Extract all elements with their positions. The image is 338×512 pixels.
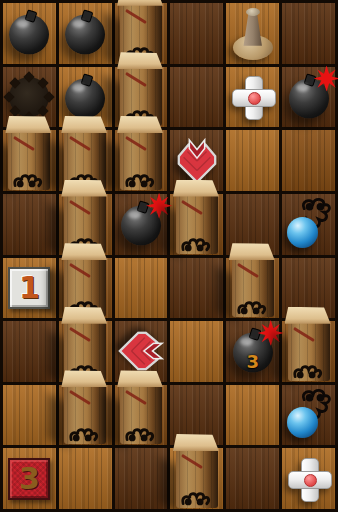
bomb-piece[interactable]: [9, 15, 49, 55]
cell-r7c3[interactable]: [170, 448, 223, 509]
cell-r6c4[interactable]: [226, 385, 279, 446]
block-cap: [229, 243, 275, 260]
cell-r7c0[interactable]: 3: [3, 448, 56, 509]
block-cap: [61, 116, 107, 133]
block-root-decal-icon: [122, 167, 156, 189]
block-cap: [117, 116, 163, 133]
block-cap: [61, 370, 107, 387]
bomb-piece[interactable]: [65, 15, 105, 55]
cell-r0c3[interactable]: [170, 3, 223, 64]
block-root-decal-icon: [290, 358, 324, 380]
cell-r0c4[interactable]: [226, 3, 279, 64]
block-root-decal-icon: [234, 294, 268, 316]
bomb-gloss: [72, 84, 85, 92]
bomb-gloss: [240, 338, 253, 346]
cross-red-dot-icon: [248, 92, 261, 105]
chevron-arrow-icon: [118, 328, 164, 374]
bomb-gloss: [296, 84, 309, 92]
cell-r7c4[interactable]: [226, 448, 279, 509]
lit-bomb-piece[interactable]: [289, 79, 329, 119]
block-piece[interactable]: [176, 180, 218, 254]
block-piece[interactable]: [120, 370, 162, 444]
lit-bomb-piece[interactable]: [121, 206, 161, 246]
block-cap: [173, 434, 219, 451]
cell-r3c5[interactable]: [282, 194, 335, 255]
cell-r5c5[interactable]: [282, 321, 335, 382]
cell-r4c2[interactable]: [115, 258, 168, 319]
arrow-down-piece[interactable]: [174, 138, 220, 184]
bomb-gloss: [128, 211, 141, 219]
pawn-tip: [246, 8, 260, 16]
lit-bomb-count-piece[interactable]: 3: [233, 333, 273, 373]
block-root-decal-icon: [66, 421, 100, 443]
bomb-gloss: [16, 20, 29, 28]
block-root-decal-icon: [178, 231, 212, 253]
block-root-decal-icon: [122, 421, 156, 443]
cell-r7c1[interactable]: [59, 448, 112, 509]
tile-digit: 3: [19, 464, 40, 494]
cell-r2c5[interactable]: [282, 130, 335, 191]
cell-r2c2[interactable]: [115, 130, 168, 191]
block-cap: [61, 180, 107, 197]
block-cap: [117, 52, 163, 69]
block-cap: [285, 307, 331, 324]
block-root-decal-icon: [178, 485, 212, 507]
chevron-arrow-icon: [174, 138, 220, 184]
cross-red-dot-icon: [304, 474, 317, 487]
block-cap: [117, 0, 163, 6]
cell-r1c4[interactable]: [226, 67, 279, 128]
mine-piece[interactable]: [6, 74, 52, 120]
cell-r0c5[interactable]: [282, 3, 335, 64]
bomb-piece[interactable]: [65, 79, 105, 119]
number-tile-3[interactable]: 3: [8, 458, 50, 500]
spark-icon: [314, 66, 338, 92]
cell-r1c5[interactable]: [282, 67, 335, 128]
cell-r1c3[interactable]: [170, 67, 223, 128]
block-piece[interactable]: [176, 434, 218, 508]
cross-button-piece[interactable]: [231, 75, 275, 119]
cell-r6c5[interactable]: [282, 385, 335, 446]
number-tile-1[interactable]: 1: [8, 267, 50, 309]
game-board: 133: [0, 0, 338, 512]
block-piece[interactable]: [8, 116, 50, 190]
block-piece[interactable]: [232, 243, 274, 317]
block-piece[interactable]: [288, 307, 330, 381]
block-cap: [5, 116, 51, 133]
pawn-piece[interactable]: [231, 8, 275, 60]
cross-button-piece[interactable]: [287, 457, 331, 501]
cell-r3c3[interactable]: [170, 194, 223, 255]
marble-piece[interactable]: [282, 194, 335, 255]
cell-r5c3[interactable]: [170, 321, 223, 382]
bomb-gloss: [72, 20, 85, 28]
blue-marble: [287, 217, 318, 248]
blue-marble: [287, 407, 318, 438]
marble-piece[interactable]: [282, 385, 335, 446]
block-root-decal-icon: [10, 167, 44, 189]
cell-r2c4[interactable]: [226, 130, 279, 191]
block-cap: [61, 243, 107, 260]
cell-r4c4[interactable]: [226, 258, 279, 319]
block-piece[interactable]: [120, 116, 162, 190]
cell-r0c0[interactable]: [3, 3, 56, 64]
block-cap: [173, 180, 219, 197]
cell-r6c2[interactable]: [115, 385, 168, 446]
bomb-count-label: 3: [233, 351, 273, 372]
arrow-left-piece[interactable]: [118, 328, 164, 374]
cell-r7c5[interactable]: [282, 448, 335, 509]
pawn-cone: [243, 14, 263, 46]
block-cap: [117, 370, 163, 387]
block-piece[interactable]: [64, 370, 106, 444]
tile-digit: 1: [19, 273, 40, 303]
block-cap: [61, 307, 107, 324]
